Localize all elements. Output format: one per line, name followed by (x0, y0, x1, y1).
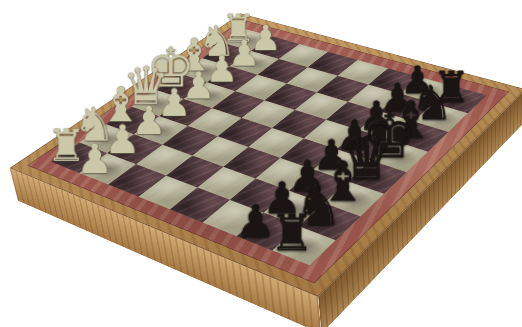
perspective-wrapper: ♜♟♟♜♞♟♟♞♝♟♟♝♚♟♟♚♛♟♟♛♝♟♟♝♞♟♟♞♜♟♟♜ (0, 0, 522, 327)
chess-board: ♜♟♟♜♞♟♟♞♝♟♟♝♚♟♟♚♛♟♟♛♝♟♟♝♞♟♟♞♜♟♟♜ (10, 14, 522, 297)
chess-set-photo: ♜♟♟♜♞♟♟♞♝♟♟♝♚♟♟♚♛♟♟♛♝♟♟♝♞♟♟♞♜♟♟♜ (0, 0, 522, 327)
